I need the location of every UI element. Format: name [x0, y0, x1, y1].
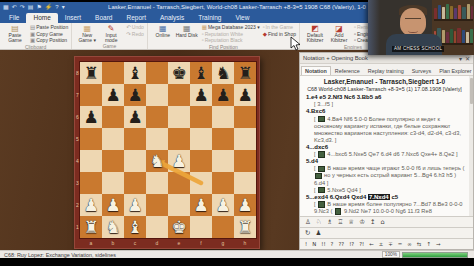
book-spine — [454, 31, 456, 43]
square-g4[interactable] — [212, 150, 234, 172]
square-a6[interactable]: ♟ — [80, 106, 102, 128]
file-label-h: h — [234, 240, 256, 246]
move-text: 5.Nxe5 Qd4 ] — [326, 187, 361, 193]
main-line[interactable]: 5...exd4 6.Qxd4 Qxd4 7.Nxd4 c5 — [306, 194, 465, 201]
white-knight: ♞ — [146, 150, 168, 172]
symbol-button[interactable]: ?! — [359, 239, 364, 249]
menu-tab-file[interactable]: File — [2, 13, 26, 23]
square-e2[interactable] — [168, 194, 190, 216]
black-pawn: ♟ — [80, 106, 102, 128]
symbol-button[interactable]: ∞ — [407, 239, 412, 249]
book-spine — [470, 29, 473, 43]
white-rook: ♜ — [234, 216, 256, 238]
progress-label: 100% — [382, 251, 400, 259]
panel-pin-icon[interactable]: ▾ — [459, 55, 462, 62]
book-spine — [442, 7, 446, 19]
file-label-b: b — [102, 240, 124, 246]
file-label-d: d — [146, 240, 168, 246]
symbol-button[interactable]: N — [312, 239, 316, 249]
white-rook: ♜ — [80, 216, 102, 238]
square-b5[interactable] — [102, 128, 124, 150]
button-find-in-shop[interactable]: ◆Find in Shop — [263, 31, 296, 38]
move-text: 4.Ba4 Nf6 5.0-0 Более популярно и ведет … — [314, 116, 461, 143]
quick-access-toolbar: ▦↶↷▤⚑⚡?▾ — [3, 2, 65, 12]
move-list: 1.e4 e5 2.Nf3 Nc6 3.Bb5 a6[ 3...f5 ]4.Bx… — [304, 94, 465, 216]
main-line[interactable]: 5.d4 — [306, 158, 465, 165]
annotation-marker-icon — [315, 173, 322, 180]
square-d4[interactable]: ♞ — [146, 150, 168, 172]
panel-close-icon[interactable]: ✕ — [465, 55, 470, 62]
square-g3[interactable] — [212, 172, 234, 194]
piece-button[interactable]: ⌂ — [380, 217, 384, 227]
square-a5[interactable] — [80, 128, 102, 150]
square-h2[interactable]: ♟ — [234, 194, 256, 216]
symbol-button[interactable]: !! — [321, 239, 325, 249]
black-bishop: ♝ — [190, 62, 212, 84]
variation-line[interactable]: [ 4...bxc6 5.Nxe5 Qe7 6.d4 d6 7.Nxc6 Qxe… — [314, 151, 465, 158]
annotation-marker-icon — [318, 151, 325, 158]
engine-icon[interactable]: ⚡ — [45, 2, 53, 12]
book-spine — [438, 5, 440, 19]
move-text: 5.d4 — [306, 158, 318, 164]
move-text: [ — [314, 187, 317, 193]
square-f1[interactable] — [190, 216, 212, 238]
book-spine — [450, 29, 453, 43]
presenter-eyes — [405, 18, 421, 22]
button-input-mode[interactable]: ✎Input mode — [99, 24, 123, 43]
button-label: Paste Position — [36, 24, 68, 30]
help-icon[interactable]: ? — [55, 2, 58, 12]
black-king: ♚ — [168, 62, 190, 84]
piece-button[interactable]: ♔ — [359, 217, 365, 227]
button-label: Redo — [132, 31, 144, 37]
annotation-marker-icon — [318, 201, 325, 208]
black-pawn: ♟ — [234, 84, 256, 106]
copy-position-icon: ▣ — [30, 37, 35, 43]
square-e8[interactable]: ♚ — [168, 62, 190, 84]
menu-tab-home[interactable]: Home — [26, 13, 57, 23]
copy-game-icon: ▣ — [30, 31, 35, 37]
symbol-button[interactable]: → — [436, 239, 441, 249]
rank-label-5: 5 — [75, 136, 80, 142]
rank-label-4: 4 — [75, 158, 80, 164]
move-text: 4...dxc6 — [306, 144, 328, 150]
square-a3[interactable] — [80, 172, 102, 194]
edit-button[interactable]: ↻ — [305, 228, 310, 238]
white-pawn: ♟ — [234, 194, 256, 216]
button-label: Default Kibitzer — [303, 33, 327, 43]
notation-tab-surveys[interactable]: Surveys — [408, 66, 435, 75]
button-label: Add Kibitzer — [327, 33, 351, 43]
board-squares[interactable]: ♜♝♚♝♞♜♟♟♟♟♟♟♟♞♟♟♟♟♟♟♟♜♞♝♚♜ — [80, 62, 256, 238]
move-text: c5 — [390, 194, 398, 200]
book-spine — [450, 6, 453, 19]
square-h8[interactable]: ♜ — [234, 62, 256, 84]
selected-move: 7.Nxd4 — [368, 194, 390, 200]
button-label: Reputation White — [205, 31, 243, 37]
chessbase-window: ▦↶↷▤⚑⚡?▾ Lasker,Emanuel - Tarrasch,Siegb… — [0, 0, 474, 266]
button-default-kibitzer[interactable]: ◩Default Kibitzer — [303, 24, 327, 44]
square-e6[interactable] — [168, 106, 190, 128]
save-icon[interactable]: ▤ — [28, 2, 34, 12]
white-pawn: ♟ — [168, 150, 190, 172]
square-b1[interactable]: ♞ — [102, 216, 124, 238]
button-label: Mega Database 2023 ▾ — [208, 24, 260, 30]
file-label-g: g — [212, 240, 234, 246]
square-a4[interactable] — [80, 150, 102, 172]
file-label-a: a — [80, 240, 102, 246]
square-h3[interactable] — [234, 172, 256, 194]
annotation-marker-icon — [318, 187, 325, 194]
notation-tab-notation[interactable]: Notation — [301, 66, 331, 75]
button-paste-game[interactable]: ▤Paste Game — [3, 24, 27, 44]
square-f5[interactable] — [190, 128, 212, 150]
black-rook: ♜ — [234, 62, 256, 84]
square-d8[interactable] — [146, 62, 168, 84]
annotation-marker-icon — [318, 116, 325, 123]
variation-line[interactable]: [ 3...f5 ] — [314, 101, 465, 108]
square-h1[interactable]: ♜ — [234, 216, 256, 238]
file-label-f: f — [190, 240, 212, 246]
in-the-game-icon: ▫ — [263, 24, 265, 30]
redo-icon[interactable]: ↷ — [20, 2, 25, 12]
menu-tab-training[interactable]: Training — [191, 13, 228, 23]
book-spine — [458, 5, 460, 19]
symbol-button[interactable]: ± — [379, 239, 384, 249]
notation-tab-replay-training[interactable]: Replay training — [364, 66, 408, 75]
main-line[interactable]: 4...dxc6 — [306, 144, 465, 151]
piece-button[interactable]: ♖ — [337, 217, 343, 227]
menu-tab-board[interactable]: Board — [88, 13, 119, 23]
white-pawn: ♟ — [190, 194, 212, 216]
book-spine — [467, 4, 470, 19]
button-label: Reputation Black — [205, 37, 243, 43]
variation-line[interactable]: [ 4.Ba4 Nf6 5.0-0 Более популярно и веде… — [314, 116, 465, 144]
undo-icon[interactable]: ↶ — [12, 2, 17, 12]
flag-icon[interactable]: ⚑ — [36, 2, 41, 12]
piece-button[interactable]: ♘ — [316, 217, 322, 227]
black-pawn: ♟ — [124, 84, 146, 106]
menu-tab-insert[interactable]: Insert — [58, 13, 88, 23]
book-spine — [457, 28, 461, 43]
white-knight: ♞ — [102, 216, 124, 238]
square-a7[interactable] — [80, 84, 102, 106]
square-f8[interactable]: ♝ — [190, 62, 212, 84]
square-g1[interactable] — [212, 216, 234, 238]
square-b2[interactable]: ♟ — [102, 194, 124, 216]
customize-dropdown-icon[interactable]: ▾ — [62, 2, 65, 12]
square-c7[interactable]: ♟ — [124, 84, 146, 106]
notation-content: Lasker,Emanuel - Tarrasch,Siegbert 1-0 C… — [300, 76, 473, 216]
square-c2[interactable]: ♟ — [124, 194, 146, 216]
button-hard-disk[interactable]: ▦Hard Disk — [175, 24, 199, 44]
square-e3[interactable] — [168, 172, 190, 194]
notation-tab-plan-explorer[interactable]: Plan Explorer — [435, 66, 473, 75]
notation-tabs: NotationReferenceReplay trainingSurveysP… — [300, 64, 473, 76]
notation-edit-toolbar: ↻♟ — [300, 227, 473, 238]
move-text: В наше время чаще играют 5.0-0 f6 и лишь… — [326, 165, 465, 171]
group-label-find-position: Find Position — [148, 44, 299, 50]
annotation-marker-icon — [335, 208, 342, 215]
redo-icon: ↷ — [126, 31, 131, 37]
game-header: Lasker,Emanuel - Tarrasch,Siegbert 1-0 — [304, 78, 465, 85]
square-a2[interactable]: ♟ — [80, 194, 102, 216]
square-e1[interactable]: ♚ — [168, 216, 190, 238]
board-icon[interactable]: ▦ — [3, 2, 9, 12]
button-add-kibitzer[interactable]: ◪Add Kibitzer — [327, 24, 351, 44]
square-c1[interactable]: ♝ — [124, 216, 146, 238]
book-spine — [454, 8, 457, 19]
symbol-button[interactable]: ⇆ — [417, 239, 422, 249]
symbol-button[interactable]: !? — [349, 239, 354, 249]
square-g5[interactable] — [212, 128, 234, 150]
annotation-marker-icon — [318, 166, 325, 173]
presenter-smile — [408, 28, 418, 33]
piece-button[interactable]: ♕ — [348, 217, 354, 227]
square-g6[interactable] — [212, 106, 234, 128]
move-text: [ — [314, 116, 317, 122]
variation-line[interactable]: [ В наше время чаще играют 5.0-0 f6 и ли… — [314, 165, 465, 186]
variation-line[interactable]: [ 5.Nxe5 Qd4 ] — [314, 187, 465, 194]
screen-glow — [368, 0, 380, 55]
button-redo: ↷Redo — [126, 31, 144, 38]
square-d3[interactable] — [146, 172, 168, 194]
symbol-button[interactable]: ! — [305, 239, 307, 249]
button-label: Hard Disk — [176, 33, 198, 38]
notation-piece-toolbar: ♙♘♗♖♕♔↥⌂ — [300, 216, 473, 227]
move-text: но у черных есть острый вариант 5...Bg4 … — [314, 172, 456, 185]
square-e5[interactable] — [168, 128, 190, 150]
square-f6[interactable] — [190, 106, 212, 128]
square-d7[interactable] — [146, 84, 168, 106]
white-pawn: ♟ — [80, 194, 102, 216]
status-bar: C68: Ruy Lopez: Exchange Variation, side… — [0, 250, 474, 258]
chess-board: ♜♝♚♝♞♜♟♟♟♟♟♟♟♞♟♟♟♟♟♟♟♜♞♝♚♜ 87654321abcde… — [74, 56, 260, 249]
square-b6[interactable] — [102, 106, 124, 128]
button-online[interactable]: ▦Online — [151, 24, 175, 44]
book-spine — [446, 32, 448, 43]
panel-title: Notation + Opening Book — [303, 55, 368, 61]
notation-tab-reference[interactable]: Reference — [331, 66, 364, 75]
black-pawn: ♟ — [190, 84, 212, 106]
square-g7[interactable]: ♟ — [212, 84, 234, 106]
button-label: Paste Game — [3, 33, 27, 43]
undo-icon: ↶ — [126, 24, 131, 30]
webcam-name-label: AM CHESS SCHOOL — [392, 46, 444, 52]
square-b3[interactable] — [102, 172, 124, 194]
square-a1[interactable]: ♜ — [80, 216, 102, 238]
square-b8[interactable] — [102, 62, 124, 84]
button-label: In the Game — [266, 24, 294, 30]
create-uci-engine-icon: ▫ — [354, 37, 356, 43]
square-c8[interactable]: ♝ — [124, 62, 146, 84]
reputation-white-icon: ▫ — [202, 31, 204, 37]
square-f2[interactable]: ♟ — [190, 194, 212, 216]
black-rook: ♜ — [80, 62, 102, 84]
book-spine — [434, 8, 437, 19]
square-h4[interactable] — [234, 150, 256, 172]
symbol-button[interactable]: ? — [331, 239, 334, 249]
symbol-button[interactable]: ?? — [338, 239, 344, 249]
rank-label-3: 3 — [75, 180, 80, 186]
menu-tab-view[interactable]: View — [228, 13, 256, 23]
notation-panel: Notation + Opening Book ▾ ✕ NotationRefe… — [299, 52, 474, 250]
button-label: Undo — [132, 24, 144, 30]
panel-scrollbar[interactable] — [469, 76, 473, 216]
square-f3[interactable] — [190, 172, 212, 194]
symbol-button[interactable]: = — [398, 239, 403, 249]
progress-bar — [402, 252, 468, 258]
black-pawn: ♟ — [124, 106, 146, 128]
square-g2[interactable]: ♟ — [212, 194, 234, 216]
button-label: Input mode — [99, 33, 123, 43]
square-d1[interactable] — [146, 216, 168, 238]
main-line[interactable]: 4.Bxc6 — [306, 108, 465, 115]
main-line[interactable]: 1.e4 e5 2.Nf3 Nc6 3.Bb5 a6 — [306, 94, 465, 101]
symbol-button[interactable]: ↑ — [426, 239, 431, 249]
engine-management-icon: ▫ — [354, 31, 356, 37]
black-pawn: ♟ — [212, 84, 234, 106]
white-pawn: ♟ — [212, 194, 234, 216]
move-text: [ — [314, 151, 317, 157]
square-a8[interactable]: ♜ — [80, 62, 102, 84]
square-e4[interactable]: ♟ — [168, 150, 190, 172]
square-c4[interactable] — [124, 150, 146, 172]
file-label-c: c — [124, 240, 146, 246]
button-new-game[interactable]: ▦New Game ▾ — [75, 24, 99, 43]
move-text: 5...exd4 6.Qxd4 Qxd4 — [306, 194, 368, 200]
book-spine — [466, 32, 469, 43]
move-text: 1.e4 e5 2.Nf3 Nc6 3.Bb5 a6 — [306, 94, 381, 100]
reputation-black-icon: ▫ — [202, 37, 204, 43]
button-label: Online — [156, 33, 170, 38]
square-h5[interactable] — [234, 128, 256, 150]
square-c5[interactable] — [124, 128, 146, 150]
group-label-clipboard: Clipboard — [0, 44, 71, 50]
book-spine — [462, 7, 466, 19]
rank-label-7: 7 — [75, 92, 80, 98]
file-label-e: e — [168, 240, 190, 246]
button-label: Copy Position — [36, 37, 67, 43]
menu-tab-report[interactable]: Report — [119, 13, 153, 23]
square-d5[interactable] — [146, 128, 168, 150]
webcam-overlay: AM CHESS SCHOOL — [368, 0, 474, 55]
white-pawn: ♟ — [124, 194, 146, 216]
black-knight: ♞ — [212, 62, 234, 84]
square-b4[interactable] — [102, 150, 124, 172]
square-f4[interactable] — [190, 150, 212, 172]
book-spine — [471, 6, 473, 19]
move-text: [ 3...f5 ] — [314, 101, 333, 107]
book-spine — [462, 30, 464, 43]
white-bishop: ♝ — [124, 216, 146, 238]
white-pawn: ♟ — [102, 194, 124, 216]
square-h6[interactable] — [234, 106, 256, 128]
black-pawn: ♟ — [102, 84, 124, 106]
ribbon-group-game: ▦New Game ▾✎Input mode↶Undo↷RedoGame — [72, 23, 148, 49]
black-bishop: ♝ — [124, 62, 146, 84]
button-label: New Game ▾ — [75, 33, 99, 43]
move-text: [ — [314, 201, 317, 207]
menu-tab-analysis[interactable]: Analysis — [153, 13, 191, 23]
find-in-shop-icon: ◆ — [263, 31, 267, 37]
variation-line[interactable]: [ В наше время более популярно 7...Bd7 8… — [314, 201, 465, 216]
square-g8[interactable]: ♞ — [212, 62, 234, 84]
piece-button[interactable]: ♙ — [305, 217, 311, 227]
move-text: 4...bxc6 5.Nxe5 Qe7 6.d4 d6 7.Nxc6 Qxe4+… — [326, 151, 458, 157]
white-king: ♚ — [168, 216, 190, 238]
eco-line: C68 World-ch08 Lasker-Tarrasch +8-3=5 (1… — [304, 86, 465, 92]
symbol-button[interactable]: ← — [369, 239, 374, 249]
square-f7[interactable]: ♟ — [190, 84, 212, 106]
ribbon-group-clipboard: ▤Paste Game▤Paste Position▣Copy Game▣Cop… — [0, 23, 72, 49]
button-label: Copy Game — [36, 31, 63, 37]
book-spine — [446, 4, 448, 19]
piece-button[interactable]: ↥ — [370, 217, 375, 227]
edit-button[interactable]: ♟ — [315, 228, 321, 238]
piece-button[interactable]: ♗ — [327, 217, 333, 227]
move-text: [ — [314, 165, 317, 171]
group-label-game: Game — [72, 43, 147, 49]
square-c3[interactable] — [124, 172, 146, 194]
ribbon-group-find-position: ▦Online▦Hard Disk▦Mega Database 2023 ▾▫R… — [148, 23, 300, 49]
annotation-symbol-toolbar: !N!!???!??!←±∓=∞⇆↑→ — [300, 238, 473, 249]
square-c6[interactable]: ♟ — [124, 106, 146, 128]
opening-name: C68: Ruy Lopez: Exchange Variation, side… — [4, 252, 116, 258]
remove-all-kibitzers-icon: ▫ — [354, 24, 356, 30]
paste-position-icon: ▤ — [30, 24, 35, 30]
mega-database-2023-icon: ▦ — [202, 24, 207, 30]
book-spine — [442, 30, 445, 43]
square-e7[interactable] — [168, 84, 190, 106]
move-text: 4.Bxc6 — [306, 108, 325, 114]
square-b7[interactable]: ♟ — [102, 84, 124, 106]
button-label: Find in Shop — [268, 31, 296, 37]
square-d6[interactable] — [146, 106, 168, 128]
square-d2[interactable] — [146, 194, 168, 216]
symbol-button[interactable]: ∓ — [388, 239, 393, 249]
square-h7[interactable]: ♟ — [234, 84, 256, 106]
